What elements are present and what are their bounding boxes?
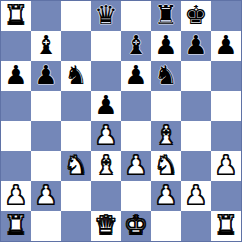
black-bishop: ♝: [34, 31, 57, 60]
square-b8[interactable]: [31, 1, 61, 31]
white-queen: ♛: [94, 211, 117, 240]
square-h3[interactable]: ♟: [211, 151, 241, 181]
square-c2[interactable]: [61, 181, 91, 211]
square-c6[interactable]: ♞: [61, 61, 91, 91]
square-d1[interactable]: ♛: [91, 211, 121, 241]
square-c7[interactable]: [61, 31, 91, 61]
square-e1[interactable]: ♚: [121, 211, 151, 241]
square-c5[interactable]: [61, 91, 91, 121]
square-a7[interactable]: [1, 31, 31, 61]
black-rook: ♜: [154, 1, 177, 30]
black-king: ♚: [184, 1, 207, 30]
square-g5[interactable]: [181, 91, 211, 121]
square-h5[interactable]: [211, 91, 241, 121]
black-pawn: ♟: [214, 31, 237, 60]
square-a5[interactable]: [1, 91, 31, 121]
white-rook: ♜: [4, 1, 27, 30]
square-d3[interactable]: ♝: [91, 151, 121, 181]
square-h7[interactable]: ♟: [211, 31, 241, 61]
white-pawn: ♟: [214, 151, 237, 180]
square-g7[interactable]: ♟: [181, 31, 211, 61]
white-knight: ♞: [154, 151, 177, 180]
square-b6[interactable]: ♟: [31, 61, 61, 91]
square-a1[interactable]: ♜: [1, 211, 31, 241]
square-f7[interactable]: ♟: [151, 31, 181, 61]
square-c1[interactable]: [61, 211, 91, 241]
square-b1[interactable]: [31, 211, 61, 241]
square-f8[interactable]: ♜: [151, 1, 181, 31]
square-a8[interactable]: ♜: [1, 1, 31, 31]
square-e3[interactable]: ♟: [121, 151, 151, 181]
white-knight: ♞: [64, 151, 87, 180]
square-h8[interactable]: [211, 1, 241, 31]
black-pawn: ♟: [154, 31, 177, 60]
square-f6[interactable]: ♞: [151, 61, 181, 91]
square-c4[interactable]: [61, 121, 91, 151]
chess-board-container: ♜♛♜♚♝♝♟♟♟♟♟♞♟♞♟♟♝♞♝♟♞♟♟♟♟♟♜♛♚♜: [0, 0, 242, 242]
black-bishop: ♝: [124, 31, 147, 60]
white-pawn: ♟: [4, 181, 27, 210]
white-rook: ♜: [4, 211, 27, 240]
square-a3[interactable]: [1, 151, 31, 181]
white-pawn: ♟: [154, 181, 177, 210]
square-h6[interactable]: [211, 61, 241, 91]
square-d7[interactable]: [91, 31, 121, 61]
square-g8[interactable]: ♚: [181, 1, 211, 31]
white-king: ♚: [124, 211, 147, 240]
square-g4[interactable]: [181, 121, 211, 151]
black-pawn: ♟: [124, 61, 147, 90]
square-f5[interactable]: [151, 91, 181, 121]
white-pawn: ♟: [184, 181, 207, 210]
square-g6[interactable]: [181, 61, 211, 91]
black-pawn: ♟: [184, 31, 207, 60]
square-e7[interactable]: ♝: [121, 31, 151, 61]
square-b2[interactable]: ♟: [31, 181, 61, 211]
square-b7[interactable]: ♝: [31, 31, 61, 61]
square-h1[interactable]: ♜: [211, 211, 241, 241]
square-g2[interactable]: ♟: [181, 181, 211, 211]
square-d6[interactable]: [91, 61, 121, 91]
square-f3[interactable]: ♞: [151, 151, 181, 181]
square-c3[interactable]: ♞: [61, 151, 91, 181]
square-a4[interactable]: [1, 121, 31, 151]
black-knight: ♞: [154, 61, 177, 90]
white-pawn: ♟: [34, 181, 57, 210]
square-a6[interactable]: ♟: [1, 61, 31, 91]
black-pawn: ♟: [4, 61, 27, 90]
square-e4[interactable]: [121, 121, 151, 151]
square-d8[interactable]: ♛: [91, 1, 121, 31]
white-pawn: ♟: [124, 151, 147, 180]
square-d4[interactable]: ♟: [91, 121, 121, 151]
square-e6[interactable]: ♟: [121, 61, 151, 91]
square-f1[interactable]: [151, 211, 181, 241]
square-c8[interactable]: [61, 1, 91, 31]
square-d2[interactable]: [91, 181, 121, 211]
black-pawn: ♟: [94, 91, 117, 120]
chess-board: ♜♛♜♚♝♝♟♟♟♟♟♞♟♞♟♟♝♞♝♟♞♟♟♟♟♟♜♛♚♜: [0, 0, 242, 242]
square-e2[interactable]: [121, 181, 151, 211]
square-f4[interactable]: ♝: [151, 121, 181, 151]
white-bishop: ♝: [154, 121, 177, 150]
square-b3[interactable]: [31, 151, 61, 181]
square-b5[interactable]: [31, 91, 61, 121]
white-bishop: ♝: [94, 151, 117, 180]
black-knight: ♞: [64, 61, 87, 90]
square-d5[interactable]: ♟: [91, 91, 121, 121]
square-f2[interactable]: ♟: [151, 181, 181, 211]
square-g1[interactable]: [181, 211, 211, 241]
black-pawn: ♟: [34, 61, 57, 90]
square-b4[interactable]: [31, 121, 61, 151]
square-g3[interactable]: [181, 151, 211, 181]
square-e8[interactable]: [121, 1, 151, 31]
square-h4[interactable]: [211, 121, 241, 151]
white-rook: ♜: [214, 211, 237, 240]
square-a2[interactable]: ♟: [1, 181, 31, 211]
black-queen: ♛: [94, 1, 117, 30]
square-h2[interactable]: [211, 181, 241, 211]
square-e5[interactable]: [121, 91, 151, 121]
white-pawn: ♟: [94, 121, 117, 150]
